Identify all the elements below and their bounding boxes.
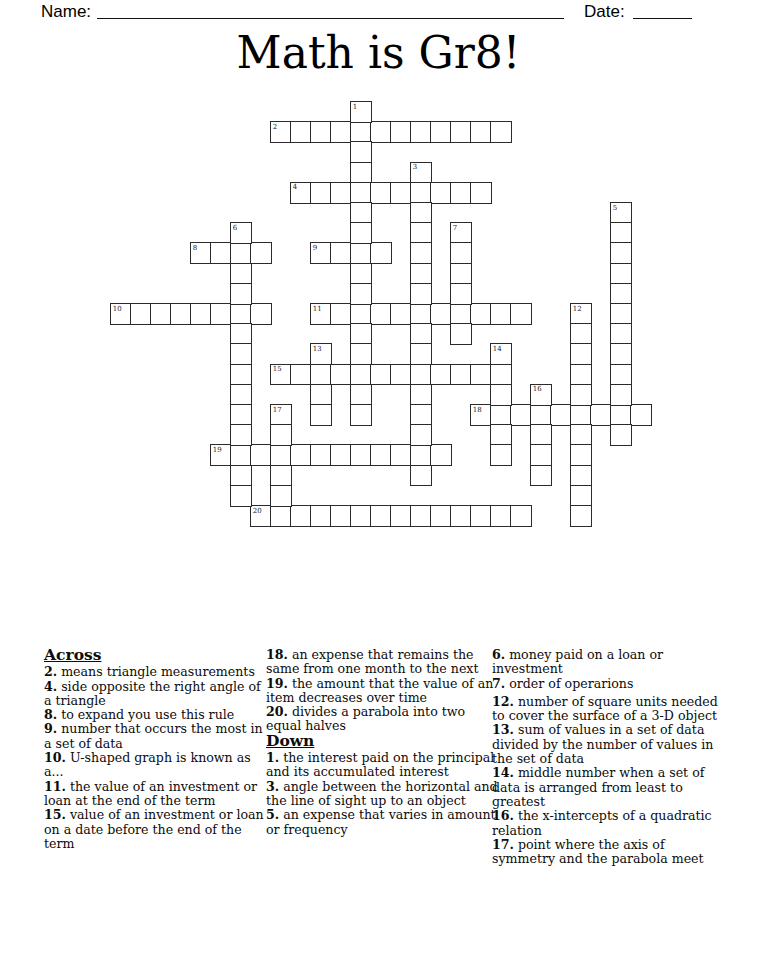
clue-across-20: 20. divides a parabola into two equal ha… [266,705,502,734]
crossword-cell[interactable] [230,404,252,426]
cell-number: 9 [313,244,317,252]
crossword-cell[interactable] [390,364,412,386]
cell-number: 3 [413,163,417,171]
cell-number: 16 [533,385,542,393]
cell-number: 20 [253,507,262,515]
crossword-cell[interactable] [430,121,452,143]
crossword-cell[interactable] [470,182,492,204]
crossword-cell[interactable] [330,121,352,143]
crossword-cell[interactable] [430,444,452,466]
crossword-cell[interactable] [410,222,432,244]
crossword-cell[interactable] [350,505,372,527]
crossword-cell[interactable] [510,505,532,527]
crossword-cell[interactable] [230,242,252,264]
crossword-cell[interactable] [450,364,472,386]
crossword-cell[interactable] [450,121,472,143]
cell-number: 17 [273,406,282,414]
crossword-cell[interactable] [270,465,292,487]
crossword-cell[interactable] [350,242,372,264]
crossword-cell[interactable] [530,404,552,426]
down-header: Down [266,734,502,748]
clue-down-1: 1. the interest paid on the principal an… [266,751,502,780]
crossword-cell[interactable] [370,505,392,527]
crossword-cell[interactable] [610,384,632,406]
crossword-cell[interactable]: 18 [470,404,492,426]
clue-number: 16. [492,808,514,823]
cell-number: 12 [573,305,582,313]
crossword-cell[interactable]: 12 [570,303,592,325]
crossword-cell[interactable] [530,444,552,466]
clue-number: 11. [44,779,66,794]
crossword-cell[interactable] [210,242,232,264]
crossword-cell[interactable]: 8 [190,242,212,264]
crossword-cell[interactable] [410,303,432,325]
crossword-cell[interactable]: 20 [250,505,272,527]
crossword-cell[interactable] [450,323,472,345]
crossword-cell[interactable] [310,121,332,143]
crossword-cell[interactable] [570,343,592,365]
crossword-cell[interactable] [410,465,432,487]
crossword-cell[interactable] [570,323,592,345]
clue-across-8: 8. to expand you use this rule [44,708,266,722]
crossword-cell[interactable] [210,303,232,325]
crossword-cell[interactable] [410,202,432,224]
clue-down-6: 6. money paid on a loan or investment [492,648,720,677]
crossword-cell[interactable] [350,343,372,365]
crossword-cell[interactable] [410,263,432,285]
clue-number: 10. [44,750,66,765]
crossword-cell[interactable] [450,242,472,264]
cell-number: 19 [213,446,222,454]
crossword-cell[interactable] [590,404,612,426]
crossword-cell[interactable] [450,182,472,204]
crossword-cell[interactable] [410,404,432,426]
crossword-cell[interactable] [490,303,512,325]
crossword-cell[interactable] [570,465,592,487]
crossword-cell[interactable] [250,444,272,466]
crossword-cell[interactable] [310,444,332,466]
clue-down-16: 16. the x-intercepts of a quadratic rela… [492,809,720,838]
clue-number: 8. [44,707,57,722]
crossword-cell[interactable] [490,444,512,466]
crossword-cell[interactable] [410,182,432,204]
crossword-cell[interactable] [510,404,532,426]
crossword-cell[interactable] [570,384,592,406]
clue-number: 1. [266,750,279,765]
clue-number: 13. [492,722,514,737]
date-blank-line[interactable] [633,18,692,19]
crossword-cell[interactable] [370,303,392,325]
crossword-cell[interactable]: 15 [270,364,292,386]
crossword-cell[interactable] [270,485,292,507]
clue-number: 17. [492,837,514,852]
crossword-cell[interactable] [310,384,332,406]
crossword-cell[interactable]: 10 [110,303,132,325]
crossword-cell[interactable]: 13 [310,343,332,365]
crossword-cell[interactable] [630,404,652,426]
crossword-cell[interactable] [610,263,632,285]
clue-number: 20. [266,704,288,719]
cell-number: 13 [313,345,322,353]
crossword-cell[interactable] [350,323,372,345]
crossword-cell[interactable] [470,121,492,143]
crossword-cell[interactable]: 9 [310,242,332,264]
cell-number: 2 [273,123,277,131]
crossword-cell[interactable] [270,505,292,527]
cell-number: 15 [273,365,282,373]
clue-number: 6. [492,647,505,662]
crossword-cell[interactable] [570,505,592,527]
crossword-cell[interactable] [610,343,632,365]
clue-across-11: 11. the value of an investment or loan a… [44,780,266,809]
cell-number: 10 [113,305,122,313]
crossword-cell[interactable] [350,444,372,466]
crossword-cell[interactable] [490,404,512,426]
cell-number: 5 [613,204,617,212]
clue-across-15: 15. value of an investment or loan on a … [44,808,266,851]
crossword-cell[interactable] [550,404,572,426]
crossword-cell[interactable] [390,182,412,204]
crossword-cell[interactable]: 16 [530,384,552,406]
crossword-cell[interactable] [270,444,292,466]
crossword-cell[interactable] [610,404,632,426]
crossword-cell[interactable] [250,242,272,264]
crossword-cell[interactable] [390,505,412,527]
crossword-cell[interactable] [350,182,372,204]
crossword-cell[interactable] [330,242,352,264]
crossword-cell[interactable] [490,505,512,527]
crossword-cell[interactable] [230,465,252,487]
crossword-cell[interactable] [290,364,312,386]
clue-column-1: Across2. means triangle measurements4. s… [44,648,266,851]
crossword-cell[interactable] [570,485,592,507]
crossword-cell[interactable] [490,121,512,143]
crossword-cell[interactable]: 11 [310,303,332,325]
crossword-cell[interactable] [310,364,332,386]
crossword-cell[interactable] [410,444,432,466]
crossword-cell[interactable] [490,384,512,406]
crossword-cell[interactable] [470,303,492,325]
clue-number: 3. [266,779,279,794]
crossword-cell[interactable] [310,182,332,204]
across-header: Across [44,648,266,662]
clue-across-10: 10. U-shaped graph is known as a... [44,751,266,780]
clue-column-2: 18. an expense that remains the same fro… [266,648,502,837]
crossword-cell[interactable] [350,384,372,406]
crossword-cell[interactable]: 3 [410,162,432,184]
name-blank-line[interactable] [97,18,564,19]
crossword-cell[interactable]: 17 [270,404,292,426]
clue-across-19: 19. the amount that the value of an item… [266,677,502,706]
crossword-cell[interactable]: 14 [490,343,512,365]
crossword-cell[interactable] [390,444,412,466]
crossword-cell[interactable] [370,121,392,143]
crossword-cell[interactable] [370,364,392,386]
crossword-cell[interactable]: 2 [270,121,292,143]
crossword-cell[interactable]: 19 [210,444,232,466]
crossword-cell[interactable] [290,444,312,466]
crossword-cell[interactable] [350,222,372,244]
crossword-cell[interactable] [190,303,212,325]
clue-down-17: 17. point where the axis of symmetry and… [492,838,720,867]
crossword-cell[interactable] [350,141,372,163]
crossword-cell[interactable] [330,182,352,204]
crossword-cell[interactable] [290,505,312,527]
crossword-cell[interactable] [350,263,372,285]
crossword-cell[interactable] [430,303,452,325]
crossword-cell[interactable] [530,465,552,487]
crossword-cell[interactable] [230,343,252,365]
crossword-cell[interactable] [570,404,592,426]
crossword-cell[interactable] [330,364,352,386]
crossword-cell[interactable] [170,303,192,325]
crossword-cell[interactable] [430,364,452,386]
crossword-cell[interactable] [330,303,352,325]
crossword-cell[interactable] [390,303,412,325]
crossword-cell[interactable] [610,242,632,264]
crossword-cell[interactable] [350,121,372,143]
crossword-cell[interactable] [410,364,432,386]
clue-number: 2. [44,664,57,679]
crossword-cell[interactable] [470,364,492,386]
clue-number: 15. [44,807,66,822]
clue-number: 14. [492,765,514,780]
clue-down-14: 14. middle number when a set of data is … [492,766,720,809]
crossword-cell[interactable]: 1 [350,101,372,123]
crossword-cell[interactable]: 7 [450,222,472,244]
crossword-cell[interactable] [230,364,252,386]
cell-number: 14 [493,345,502,353]
clue-across-18: 18. an expense that remains the same fro… [266,648,502,677]
name-label: Name: [41,2,91,22]
crossword-cell[interactable] [350,162,372,184]
crossword-cell[interactable] [330,444,352,466]
crossword-cell[interactable] [350,364,372,386]
cell-number: 18 [473,406,482,414]
crossword-cell[interactable] [350,283,372,305]
cell-number: 1 [353,103,357,111]
clue-number: 12. [492,694,514,709]
crossword-cell[interactable] [450,303,472,325]
page-title: Math is Gr8! [0,28,757,79]
crossword-cell[interactable] [450,505,472,527]
crossword-cell[interactable] [130,303,152,325]
cell-number: 7 [453,224,457,232]
crossword-cell[interactable] [410,424,432,446]
crossword-grid: 2489101115181920135671213141617 [110,101,652,527]
crossword-cell[interactable] [150,303,172,325]
crossword-cell[interactable] [350,303,372,325]
clue-column-3: 6. money paid on a loan or investment7. … [492,648,720,866]
cell-number: 6 [233,224,237,232]
crossword-cell[interactable] [610,283,632,305]
cell-number: 8 [193,244,197,252]
crossword-cell[interactable] [570,444,592,466]
crossword-cell[interactable] [310,404,332,426]
clue-across-9: 9. number that occurs the most in a set … [44,722,266,751]
crossword-cell[interactable] [370,242,392,264]
clue-number: 5. [266,807,279,822]
clue-down-12: 12. number of square units needed to cov… [492,695,720,724]
crossword-cell[interactable] [570,424,592,446]
crossword-cell[interactable] [610,424,632,446]
crossword-cell[interactable] [230,303,252,325]
cell-number: 11 [313,305,322,313]
worksheet-page: Name: Date: Math is Gr8! 248910111518192… [0,0,757,980]
clue-number: 18. [266,647,288,662]
crossword-cell[interactable] [230,263,252,285]
clue-down-5: 5. an expense that varies in amount or f… [266,808,502,837]
crossword-cell[interactable] [570,364,592,386]
crossword-cell[interactable] [250,303,272,325]
crossword-cell[interactable] [330,505,352,527]
crossword-cell[interactable] [530,424,552,446]
clue-down-7: 7. order of operarions [492,677,720,691]
crossword-cell[interactable]: 6 [230,222,252,244]
crossword-cell[interactable] [290,121,312,143]
clue-number: 19. [266,676,288,691]
crossword-cell[interactable] [510,303,532,325]
crossword-cell[interactable] [410,343,432,365]
clue-across-4: 4. side opposite the right angle of a tr… [44,680,266,709]
crossword-cell[interactable] [230,444,252,466]
crossword-cell[interactable] [310,505,332,527]
crossword-cell[interactable] [370,444,392,466]
crossword-cell[interactable] [430,182,452,204]
crossword-cell[interactable] [230,384,252,406]
crossword-cell[interactable] [610,323,632,345]
clue-number: 4. [44,679,57,694]
clue-across-2: 2. means triangle measurements [44,665,266,679]
cell-number: 4 [293,183,297,191]
crossword-cell[interactable] [610,222,632,244]
crossword-cell[interactable]: 5 [610,202,632,224]
clue-down-13: 13. sum of values in a set of data divid… [492,723,720,766]
crossword-cell[interactable] [490,364,512,386]
crossword-cell[interactable] [450,263,472,285]
crossword-cell[interactable] [230,323,252,345]
clue-number: 9. [44,721,57,736]
date-label: Date: [584,2,625,22]
crossword-cell[interactable] [410,242,432,264]
crossword-cell[interactable] [610,364,632,386]
crossword-cell[interactable] [410,323,432,345]
crossword-cell[interactable] [230,485,252,507]
crossword-cell[interactable] [230,424,252,446]
crossword-cell[interactable] [230,283,252,305]
crossword-cell[interactable] [350,404,372,426]
crossword-cell[interactable] [470,505,492,527]
crossword-cell[interactable]: 4 [290,182,312,204]
crossword-cell[interactable] [610,303,632,325]
crossword-cell[interactable] [430,505,452,527]
crossword-cell[interactable] [410,505,432,527]
crossword-cell[interactable] [410,384,432,406]
crossword-cell[interactable] [390,121,412,143]
crossword-cell[interactable] [370,182,392,204]
crossword-cell[interactable] [270,424,292,446]
crossword-cell[interactable] [450,283,472,305]
crossword-cell[interactable] [410,121,432,143]
clue-number: 7. [492,676,505,691]
crossword-cell[interactable] [350,202,372,224]
crossword-cell[interactable] [410,283,432,305]
clue-down-3: 3. angle between the horizontal and the … [266,780,502,809]
crossword-cell[interactable] [490,424,512,446]
